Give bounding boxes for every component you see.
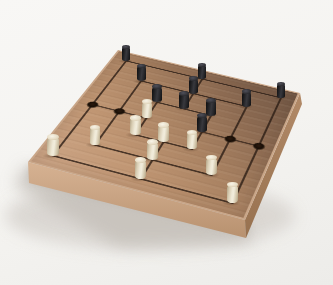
empty-hole-b4[interactable] xyxy=(112,107,127,116)
empty-hole-g4[interactable] xyxy=(251,141,265,151)
scene xyxy=(0,0,333,285)
empty-hole-a4[interactable] xyxy=(85,100,100,109)
empty-hole-f4[interactable] xyxy=(223,134,238,144)
